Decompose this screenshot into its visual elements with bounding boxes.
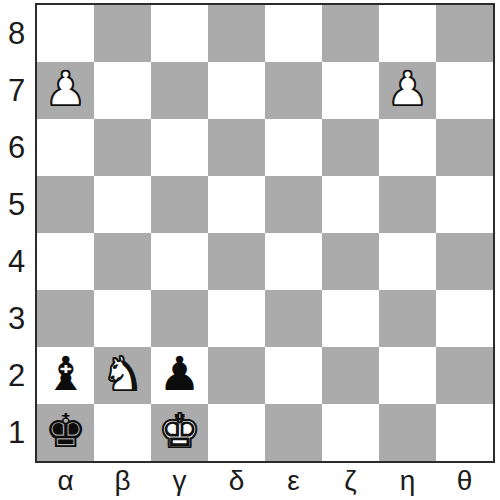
file-label-e: ε (265, 463, 322, 499)
rank-label-6: 6 (0, 119, 33, 176)
square-c3[interactable] (151, 290, 208, 347)
square-h8[interactable] (436, 5, 493, 62)
square-b8[interactable] (94, 5, 151, 62)
white-pawn[interactable]: ♟ (386, 60, 428, 117)
square-d6[interactable] (208, 119, 265, 176)
square-f1[interactable] (322, 404, 379, 461)
rank-label-3: 3 (0, 290, 33, 347)
file-label-f: ζ (322, 463, 379, 499)
square-c4[interactable] (151, 233, 208, 290)
square-g8[interactable] (379, 5, 436, 62)
square-a4[interactable] (37, 233, 94, 290)
square-b7[interactable] (94, 62, 151, 119)
black-king[interactable]: ♚ (44, 402, 86, 459)
square-b1[interactable] (94, 404, 151, 461)
square-g1[interactable] (379, 404, 436, 461)
square-e3[interactable] (265, 290, 322, 347)
square-g2[interactable] (379, 347, 436, 404)
square-d8[interactable] (208, 5, 265, 62)
file-label-c: γ (151, 463, 208, 499)
square-c6[interactable] (151, 119, 208, 176)
square-h7[interactable] (436, 62, 493, 119)
square-a7[interactable]: ♟ (37, 62, 94, 119)
square-e8[interactable] (265, 5, 322, 62)
square-h3[interactable] (436, 290, 493, 347)
file-label-g: η (379, 463, 436, 499)
white-pawn[interactable]: ♟ (44, 60, 86, 117)
square-h1[interactable] (436, 404, 493, 461)
square-e4[interactable] (265, 233, 322, 290)
square-c7[interactable] (151, 62, 208, 119)
square-g3[interactable] (379, 290, 436, 347)
square-h2[interactable] (436, 347, 493, 404)
square-e2[interactable] (265, 347, 322, 404)
square-g5[interactable] (379, 176, 436, 233)
square-b6[interactable] (94, 119, 151, 176)
square-d1[interactable] (208, 404, 265, 461)
rank-labels: 87654321 (0, 5, 33, 461)
square-g4[interactable] (379, 233, 436, 290)
square-a2[interactable]: ♝ (37, 347, 94, 404)
square-f4[interactable] (322, 233, 379, 290)
white-king[interactable]: ♚ (158, 402, 200, 459)
square-a1[interactable]: ♚ (37, 404, 94, 461)
square-g7[interactable]: ♟ (379, 62, 436, 119)
file-labels: αβγδεζηθ (37, 463, 493, 499)
square-b2[interactable]: ♞ (94, 347, 151, 404)
square-e6[interactable] (265, 119, 322, 176)
square-a5[interactable] (37, 176, 94, 233)
rank-label-7: 7 (0, 62, 33, 119)
square-h4[interactable] (436, 233, 493, 290)
square-d3[interactable] (208, 290, 265, 347)
square-b3[interactable] (94, 290, 151, 347)
rank-label-5: 5 (0, 176, 33, 233)
square-f3[interactable] (322, 290, 379, 347)
black-bishop[interactable]: ♝ (44, 345, 86, 402)
square-g6[interactable] (379, 119, 436, 176)
square-d4[interactable] (208, 233, 265, 290)
square-d5[interactable] (208, 176, 265, 233)
rank-label-8: 8 (0, 5, 33, 62)
square-h5[interactable] (436, 176, 493, 233)
square-b5[interactable] (94, 176, 151, 233)
rank-label-2: 2 (0, 347, 33, 404)
chess-diagram: 87654321 ♟♟♝♞♟♚♚ αβγδεζηθ (0, 0, 500, 500)
file-label-h: θ (436, 463, 493, 499)
square-c5[interactable] (151, 176, 208, 233)
chessboard: ♟♟♝♞♟♚♚ (35, 3, 495, 463)
rank-label-1: 1 (0, 404, 33, 461)
square-e7[interactable] (265, 62, 322, 119)
square-f2[interactable] (322, 347, 379, 404)
rank-label-4: 4 (0, 233, 33, 290)
square-f8[interactable] (322, 5, 379, 62)
square-f6[interactable] (322, 119, 379, 176)
square-a6[interactable] (37, 119, 94, 176)
white-knight[interactable]: ♞ (101, 345, 143, 402)
square-c8[interactable] (151, 5, 208, 62)
square-e5[interactable] (265, 176, 322, 233)
file-label-a: α (37, 463, 94, 499)
square-c2[interactable]: ♟ (151, 347, 208, 404)
square-b4[interactable] (94, 233, 151, 290)
square-c1[interactable]: ♚ (151, 404, 208, 461)
square-f5[interactable] (322, 176, 379, 233)
file-label-b: β (94, 463, 151, 499)
square-d7[interactable] (208, 62, 265, 119)
square-h6[interactable] (436, 119, 493, 176)
square-a3[interactable] (37, 290, 94, 347)
square-f7[interactable] (322, 62, 379, 119)
black-pawn[interactable]: ♟ (158, 345, 200, 402)
square-d2[interactable] (208, 347, 265, 404)
square-e1[interactable] (265, 404, 322, 461)
file-label-d: δ (208, 463, 265, 499)
square-a8[interactable] (37, 5, 94, 62)
